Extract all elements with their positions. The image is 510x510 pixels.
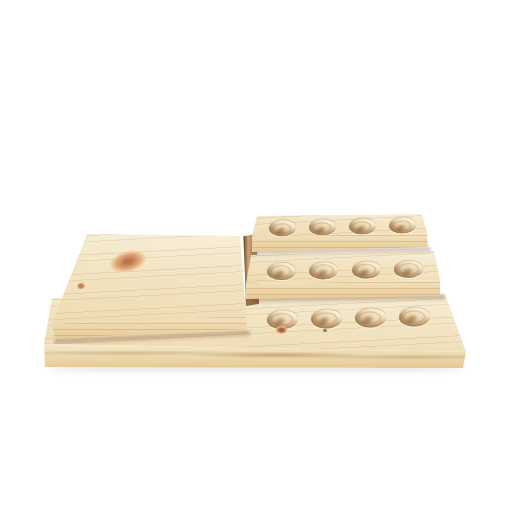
pit-r3c2 [310, 309, 341, 329]
left-platform-top [52, 231, 248, 331]
wood-speck [323, 329, 327, 332]
wood-knot-base [274, 325, 289, 335]
pit-r2c4 [394, 260, 423, 278]
wood-knot-large [101, 242, 154, 281]
pit-r3c4 [398, 307, 429, 327]
wood-knot-small [76, 282, 86, 290]
pit-r2c1 [267, 262, 296, 280]
pit-r2c3 [352, 261, 381, 279]
pit-r1c2 [308, 219, 335, 236]
pit-r3c3 [354, 308, 385, 328]
wooden-pit-board-photo [0, 0, 510, 510]
pit-row-2 [260, 258, 430, 283]
pit-r1c1 [268, 220, 295, 237]
pit-r1c4 [388, 217, 415, 234]
pit-r2c2 [309, 262, 338, 280]
pit-r1c3 [348, 218, 375, 235]
